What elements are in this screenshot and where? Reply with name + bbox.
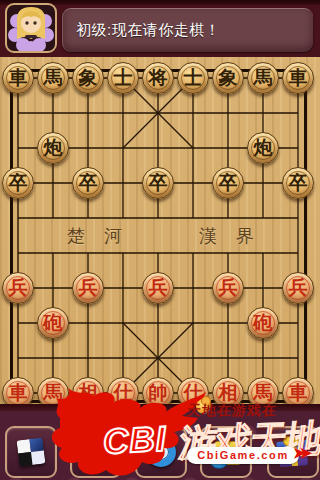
orange-ball-icon [81, 437, 111, 467]
piece-black-r0c0[interactable]: 車 [2, 62, 34, 94]
piece-black-r0c2[interactable]: 象 [72, 62, 104, 94]
piece-black-r3c0[interactable]: 卒 [2, 167, 34, 199]
river-label-left: 楚河 [67, 224, 141, 248]
piece-red-r6c4[interactable]: 兵 [142, 272, 174, 304]
piece-black-r3c4[interactable]: 卒 [142, 167, 174, 199]
piece-red-r6c6[interactable]: 兵 [212, 272, 244, 304]
bottom-toolbar [0, 404, 320, 480]
piece-black-r0c4[interactable]: 将 [142, 62, 174, 94]
top-status-bar: 初级:现在请你走棋！ [0, 0, 320, 57]
piece-black-r0c6[interactable]: 象 [212, 62, 244, 94]
blue-ring-button[interactable] [135, 426, 187, 478]
xiangqi-board[interactable]: 楚河 漢界 車馬象士将士象馬車炮炮卒卒卒卒卒兵兵兵兵兵砲砲車馬相仕帥仕相馬車 [0, 57, 320, 405]
game-message-box: 初级:现在请你走棋！ [62, 8, 313, 52]
piece-black-r2c7[interactable]: 炮 [247, 132, 279, 164]
xiangqi-app-screen: 初级:现在请你走棋！ 楚河 漢界 車馬象士将士象馬車炮炮卒卒卒卒卒兵兵兵兵兵砲砲… [0, 0, 320, 480]
piece-black-r3c6[interactable]: 卒 [212, 167, 244, 199]
board-button[interactable] [5, 426, 57, 478]
piece-black-r0c7[interactable]: 馬 [247, 62, 279, 94]
piece-black-r0c5[interactable]: 士 [177, 62, 209, 94]
river-label-right: 漢界 [199, 224, 273, 248]
piece-red-r6c2[interactable]: 兵 [72, 272, 104, 304]
piece-red-r6c0[interactable]: 兵 [2, 272, 34, 304]
checkerboard-icon [17, 438, 46, 467]
piece-red-r6c8[interactable]: 兵 [282, 272, 314, 304]
piece-black-r0c3[interactable]: 士 [107, 62, 139, 94]
princess-avatar-icon [7, 5, 55, 51]
piece-black-r3c8[interactable]: 卒 [282, 167, 314, 199]
orange-ball-button[interactable] [70, 426, 122, 478]
piece-black-r2c1[interactable]: 炮 [37, 132, 69, 164]
ad-url-link[interactable]: CbiGame.com [187, 447, 299, 464]
piece-black-r0c1[interactable]: 馬 [37, 62, 69, 94]
game-message-text: 初级:现在请你走棋！ [76, 21, 220, 40]
opponent-avatar[interactable] [5, 3, 57, 53]
blue-ring-icon [146, 437, 176, 467]
piece-black-r0c8[interactable]: 車 [282, 62, 314, 94]
piece-red-r7c7[interactable]: 砲 [247, 307, 279, 339]
piece-red-r7c1[interactable]: 砲 [37, 307, 69, 339]
piece-black-r3c2[interactable]: 卒 [72, 167, 104, 199]
